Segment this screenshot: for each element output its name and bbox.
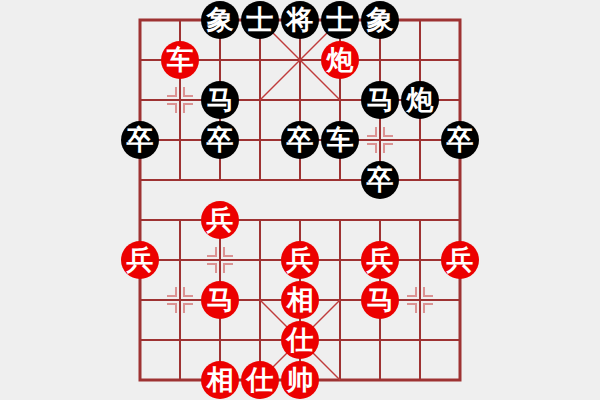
piece-black-advisor[interactable]: 士 [321,1,359,39]
piece-black-chariot[interactable]: 车 [321,121,359,159]
piece-black-elephant[interactable]: 象 [201,1,239,39]
piece-red-pawn[interactable]: 兵 [281,241,319,279]
piece-red-horse[interactable]: 马 [361,281,399,319]
piece-black-elephant[interactable]: 象 [361,1,399,39]
piece-black-pawn[interactable]: 卒 [201,121,239,159]
xiangqi-board-screen: 象士将士象车炮马马炮卒卒卒车卒卒兵兵兵兵兵马相马仕相仕帅 [0,0,600,400]
xiangqi-pieces-layer: 象士将士象车炮马马炮卒卒卒车卒卒兵兵兵兵兵马相马仕相仕帅 [120,0,480,400]
piece-black-cannon[interactable]: 炮 [401,81,439,119]
piece-black-general[interactable]: 将 [281,1,319,39]
piece-red-advisor[interactable]: 仕 [241,361,279,399]
piece-black-pawn[interactable]: 卒 [441,121,479,159]
piece-red-chariot[interactable]: 车 [161,41,199,79]
piece-red-pawn[interactable]: 兵 [201,201,239,239]
piece-black-pawn[interactable]: 卒 [361,161,399,199]
piece-red-pawn[interactable]: 兵 [121,241,159,279]
piece-red-general[interactable]: 帅 [281,361,319,399]
piece-red-cannon[interactable]: 炮 [321,41,359,79]
piece-red-elephant[interactable]: 相 [201,361,239,399]
piece-black-advisor[interactable]: 士 [241,1,279,39]
piece-black-pawn[interactable]: 卒 [121,121,159,159]
piece-black-horse[interactable]: 马 [201,81,239,119]
piece-black-pawn[interactable]: 卒 [281,121,319,159]
piece-red-elephant[interactable]: 相 [281,281,319,319]
piece-red-horse[interactable]: 马 [201,281,239,319]
piece-black-horse[interactable]: 马 [361,81,399,119]
piece-red-pawn[interactable]: 兵 [361,241,399,279]
piece-red-pawn[interactable]: 兵 [441,241,479,279]
piece-red-advisor[interactable]: 仕 [281,321,319,359]
